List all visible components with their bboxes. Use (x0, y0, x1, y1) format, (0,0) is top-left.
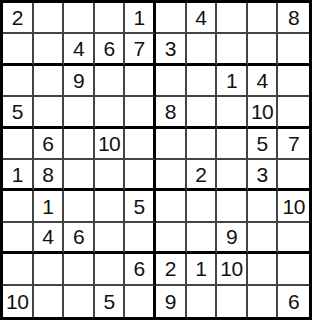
cell-r10c1[interactable]: 10 (3, 286, 34, 317)
cell-r7c7[interactable] (187, 191, 218, 222)
cell-r5c9[interactable]: 5 (248, 129, 279, 160)
cell-r10c3[interactable] (64, 286, 95, 317)
cell-r9c10[interactable] (278, 254, 309, 285)
cell-r4c10[interactable] (278, 97, 309, 128)
cell-r5c5[interactable] (125, 129, 156, 160)
cell-r1c1[interactable]: 2 (3, 3, 34, 34)
cell-r8c2[interactable]: 4 (34, 223, 65, 254)
cell-r2c2[interactable] (34, 34, 65, 65)
cell-r9c8[interactable]: 10 (217, 254, 248, 285)
cell-r1c5[interactable]: 1 (125, 3, 156, 34)
cell-r6c6[interactable] (156, 160, 187, 191)
cell-r7c8[interactable] (217, 191, 248, 222)
cell-r10c9[interactable] (248, 286, 279, 317)
cell-r3c4[interactable] (95, 66, 126, 97)
cell-r5c4[interactable]: 10 (95, 129, 126, 160)
cell-r2c8[interactable] (217, 34, 248, 65)
cell-r3c1[interactable] (3, 66, 34, 97)
cell-r6c7[interactable]: 2 (187, 160, 218, 191)
cell-r9c3[interactable] (64, 254, 95, 285)
cell-r6c9[interactable]: 3 (248, 160, 279, 191)
cell-r2c6[interactable]: 3 (156, 34, 187, 65)
cell-r1c10[interactable]: 8 (278, 3, 309, 34)
cell-r1c8[interactable] (217, 3, 248, 34)
cell-r10c10[interactable]: 6 (278, 286, 309, 317)
cell-r9c9[interactable] (248, 254, 279, 285)
cell-r2c1[interactable] (3, 34, 34, 65)
cell-r7c2[interactable]: 1 (34, 191, 65, 222)
cell-r8c3[interactable]: 6 (64, 223, 95, 254)
cell-r5c2[interactable]: 6 (34, 129, 65, 160)
cell-r9c4[interactable] (95, 254, 126, 285)
cell-r8c8[interactable]: 9 (217, 223, 248, 254)
cell-r8c7[interactable] (187, 223, 218, 254)
cell-r1c3[interactable] (64, 3, 95, 34)
cell-r8c5[interactable] (125, 223, 156, 254)
cell-r4c5[interactable] (125, 97, 156, 128)
cell-r5c6[interactable] (156, 129, 187, 160)
cell-r7c4[interactable] (95, 191, 126, 222)
cell-r2c4[interactable]: 6 (95, 34, 126, 65)
cell-r2c10[interactable] (278, 34, 309, 65)
cell-r7c9[interactable] (248, 191, 279, 222)
cell-r4c2[interactable] (34, 97, 65, 128)
cell-r3c3[interactable]: 9 (64, 66, 95, 97)
cell-r10c2[interactable] (34, 286, 65, 317)
cell-r4c6[interactable]: 8 (156, 97, 187, 128)
cell-r2c3[interactable]: 4 (64, 34, 95, 65)
cell-r5c3[interactable] (64, 129, 95, 160)
cell-r8c4[interactable] (95, 223, 126, 254)
cell-r8c9[interactable] (248, 223, 279, 254)
cell-r4c3[interactable] (64, 97, 95, 128)
cell-r10c8[interactable] (217, 286, 248, 317)
cell-r4c9[interactable]: 10 (248, 97, 279, 128)
cell-r1c2[interactable] (34, 3, 65, 34)
cell-r1c4[interactable] (95, 3, 126, 34)
cell-r9c6[interactable]: 2 (156, 254, 187, 285)
cell-r9c5[interactable]: 6 (125, 254, 156, 285)
cell-r4c4[interactable] (95, 97, 126, 128)
cell-r6c8[interactable] (217, 160, 248, 191)
cell-r10c4[interactable]: 5 (95, 286, 126, 317)
cell-r4c8[interactable] (217, 97, 248, 128)
cell-r5c7[interactable] (187, 129, 218, 160)
cell-r2c9[interactable] (248, 34, 279, 65)
cell-r6c4[interactable] (95, 160, 126, 191)
cell-r5c10[interactable]: 7 (278, 129, 309, 160)
cell-r3c2[interactable] (34, 66, 65, 97)
cell-r7c10[interactable]: 10 (278, 191, 309, 222)
cell-r10c7[interactable] (187, 286, 218, 317)
sudoku-board: 2148467391458106105718231510469621101059… (0, 0, 312, 320)
cell-r3c5[interactable] (125, 66, 156, 97)
cell-r8c6[interactable] (156, 223, 187, 254)
cell-r4c7[interactable] (187, 97, 218, 128)
cell-r8c1[interactable] (3, 223, 34, 254)
cell-r10c6[interactable]: 9 (156, 286, 187, 317)
cell-r2c5[interactable]: 7 (125, 34, 156, 65)
cell-r3c6[interactable] (156, 66, 187, 97)
cell-r9c1[interactable] (3, 254, 34, 285)
cell-r10c5[interactable] (125, 286, 156, 317)
cell-r6c5[interactable] (125, 160, 156, 191)
cell-r1c9[interactable] (248, 3, 279, 34)
cell-r6c3[interactable] (64, 160, 95, 191)
cell-r1c6[interactable] (156, 3, 187, 34)
cell-r6c2[interactable]: 8 (34, 160, 65, 191)
cell-r5c1[interactable] (3, 129, 34, 160)
cell-r3c9[interactable]: 4 (248, 66, 279, 97)
cell-r6c1[interactable]: 1 (3, 160, 34, 191)
cell-r1c7[interactable]: 4 (187, 3, 218, 34)
cell-r9c2[interactable] (34, 254, 65, 285)
cell-r5c8[interactable] (217, 129, 248, 160)
cell-r2c7[interactable] (187, 34, 218, 65)
cell-r3c7[interactable] (187, 66, 218, 97)
cell-r7c6[interactable] (156, 191, 187, 222)
cell-r3c10[interactable] (278, 66, 309, 97)
cell-r7c1[interactable] (3, 191, 34, 222)
cell-r3c8[interactable]: 1 (217, 66, 248, 97)
cell-r9c7[interactable]: 1 (187, 254, 218, 285)
cell-r8c10[interactable] (278, 223, 309, 254)
cell-r4c1[interactable]: 5 (3, 97, 34, 128)
cell-r6c10[interactable] (278, 160, 309, 191)
cell-r7c5[interactable]: 5 (125, 191, 156, 222)
cell-r7c3[interactable] (64, 191, 95, 222)
